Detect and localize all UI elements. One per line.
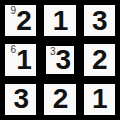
cell-value: 3 — [55, 46, 70, 74]
puzzle-board: 921361332321 — [0, 0, 120, 120]
cell-r2c1[interactable]: 61 — [3, 42, 38, 77]
cell-r1c2[interactable]: 1 — [42, 3, 77, 38]
cell-r3c2[interactable]: 2 — [42, 82, 77, 117]
cell-value: 2 — [53, 85, 68, 113]
cell-value: 1 — [53, 7, 68, 35]
cell-value: 2 — [16, 7, 31, 35]
cell-r3c3[interactable]: 1 — [82, 82, 117, 117]
cell-value: 3 — [13, 85, 28, 113]
cell-r3c1[interactable]: 3 — [3, 82, 38, 117]
cell-value: 3 — [92, 7, 107, 35]
cell-value: 2 — [92, 46, 107, 74]
cell-r2c2[interactable]: 33 — [42, 42, 77, 77]
cell-value: 1 — [92, 85, 107, 113]
cell-value: 1 — [16, 46, 31, 74]
cell-r1c1[interactable]: 92 — [3, 3, 38, 38]
cell-r1c3[interactable]: 3 — [82, 3, 117, 38]
cell-r2c3[interactable]: 2 — [82, 42, 117, 77]
